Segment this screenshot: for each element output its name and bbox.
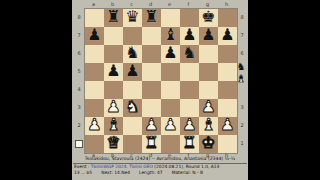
square-f7: ♟	[180, 27, 199, 45]
pillarbox-left	[0, 0, 72, 180]
square-f5	[180, 63, 199, 81]
game-length-text: Length: 47	[139, 170, 163, 176]
rank-label-8-left: 8	[75, 8, 83, 26]
square-d4	[142, 81, 161, 99]
piece-black-king: ♚	[201, 9, 215, 25]
square-b7	[104, 27, 123, 45]
square-g5	[199, 63, 218, 81]
square-f8	[180, 9, 199, 27]
rank-label-8-right: 8	[238, 8, 246, 26]
square-e3	[161, 99, 180, 117]
square-b8: ♜	[104, 9, 123, 27]
piece-white-pawn: ♟	[201, 99, 215, 115]
square-d3	[142, 99, 161, 117]
piece-black-pawn: ♟	[220, 27, 234, 43]
piece-black-pawn: ♟	[182, 27, 196, 43]
square-c7	[123, 27, 142, 45]
square-d5	[142, 63, 161, 81]
square-b2: ♝	[104, 117, 123, 135]
square-h2: ♟	[218, 117, 237, 135]
square-f4	[180, 81, 199, 99]
piece-white-pawn: ♟	[87, 117, 101, 133]
piece-black-pawn: ♟	[125, 63, 139, 79]
last-move-text: 13 ... b5	[74, 170, 92, 176]
rank-label-5-left: 5	[75, 62, 83, 80]
chess-board: ♜♛♜♚♟♝♟♟♟♞♟♞♟♟♟♞♟♟♝♟♟♟♝♟♛♜♜♚	[84, 8, 238, 154]
material-balance-tray: ♞ ♝	[235, 61, 247, 85]
square-b5: ♟	[104, 63, 123, 81]
square-c1	[123, 135, 142, 153]
pillarbox-right	[248, 0, 320, 180]
game-info-footer: Tsolakidou, Stavroula (2424) -- Avramido…	[72, 156, 248, 162]
square-d6	[142, 45, 161, 63]
square-e5	[161, 63, 180, 81]
square-c4	[123, 81, 142, 99]
event-line: Event : TbilisiWGP 2024, Tbilisi GEO (20…	[74, 164, 219, 170]
rank-label-7-right: 7	[238, 26, 246, 44]
square-a4	[85, 81, 104, 99]
piece-black-knight: ♞	[182, 45, 196, 61]
piece-black-pawn: ♟	[87, 27, 101, 43]
square-a8	[85, 9, 104, 27]
square-b1: ♛	[104, 135, 123, 153]
square-e1	[161, 135, 180, 153]
piece-white-pawn: ♟	[163, 117, 177, 133]
piece-black-pawn: ♟	[106, 63, 120, 79]
white-to-move-indicator	[75, 140, 83, 148]
rank-label-4-left: 4	[75, 80, 83, 98]
rank-label-7-left: 7	[75, 26, 83, 44]
piece-white-bishop: ♝	[201, 117, 215, 133]
status-line: 13 ... b5 Next: 14.Ne4 Length: 47 Materi…	[74, 170, 203, 176]
square-g6	[199, 45, 218, 63]
piece-black-queen: ♛	[125, 9, 139, 25]
rank-label-1-right: 1	[238, 134, 246, 152]
square-b4	[104, 81, 123, 99]
square-e8	[161, 9, 180, 27]
square-c5: ♟	[123, 63, 142, 81]
rank-label-2-right: 2	[238, 116, 246, 134]
square-a3	[85, 99, 104, 117]
rank-label-6-right: 6	[238, 44, 246, 62]
square-d8: ♜	[142, 9, 161, 27]
black-knight-material-icon: ♞	[235, 61, 247, 73]
piece-white-queen: ♛	[106, 135, 120, 151]
square-g8: ♚	[199, 9, 218, 27]
event-label: Event :	[74, 164, 89, 169]
piece-black-knight: ♞	[125, 45, 139, 61]
file-label-g-top: g	[198, 1, 217, 7]
file-label-f-top: f	[179, 1, 198, 7]
square-f6: ♞	[180, 45, 199, 63]
square-f1: ♜	[180, 135, 199, 153]
square-f2: ♟	[180, 117, 199, 135]
square-f3	[180, 99, 199, 117]
file-label-e-top: e	[160, 1, 179, 7]
piece-white-rook: ♜	[144, 135, 158, 151]
square-d7	[142, 27, 161, 45]
square-e6: ♟	[161, 45, 180, 63]
piece-white-pawn: ♟	[144, 117, 158, 133]
square-c2	[123, 117, 142, 135]
square-c8: ♛	[123, 9, 142, 27]
square-g1: ♚	[199, 135, 218, 153]
piece-black-rook: ♜	[106, 9, 120, 25]
rank-label-3-right: 3	[238, 98, 246, 116]
piece-black-pawn: ♟	[201, 27, 215, 43]
square-a1	[85, 135, 104, 153]
square-d1: ♜	[142, 135, 161, 153]
square-h1	[218, 135, 237, 153]
white-bishop-material-icon: ♝	[235, 73, 247, 85]
square-e4	[161, 81, 180, 99]
rank-label-3-left: 3	[75, 98, 83, 116]
square-h3	[218, 99, 237, 117]
square-a7: ♟	[85, 27, 104, 45]
piece-white-king: ♚	[201, 135, 215, 151]
players-result-line: Tsolakidou, Stavroula (2424) -- Avramido…	[72, 156, 248, 162]
next-move-text: Next: 14.Ne4	[101, 170, 130, 176]
square-a5	[85, 63, 104, 81]
video-frame: ♜♛♜♚♟♝♟♟♟♞♟♞♟♟♟♞♟♟♝♟♟♟♝♟♛♜♜♚ aabbccddeef…	[0, 0, 320, 180]
square-h7: ♟	[218, 27, 237, 45]
piece-white-bishop: ♝	[106, 117, 120, 133]
rank-label-2-left: 2	[75, 116, 83, 134]
file-label-d-top: d	[141, 1, 160, 7]
square-b3: ♟	[104, 99, 123, 117]
rank-label-6-left: 6	[75, 44, 83, 62]
event-details: (2024.08.21), Round 1.0, A13	[154, 164, 219, 169]
piece-white-pawn: ♟	[182, 117, 196, 133]
piece-black-rook: ♜	[144, 9, 158, 25]
chess-diagram-panel: ♜♛♜♚♟♝♟♟♟♞♟♞♟♟♟♞♟♟♝♟♟♟♝♟♛♜♜♚ aabbccddeef…	[72, 0, 248, 180]
square-c6: ♞	[123, 45, 142, 63]
file-label-b-top: b	[103, 1, 122, 7]
file-label-a-top: a	[84, 1, 103, 7]
square-g2: ♝	[199, 117, 218, 135]
piece-white-pawn: ♟	[220, 117, 234, 133]
square-e7: ♝	[161, 27, 180, 45]
square-h8	[218, 9, 237, 27]
file-label-h-top: h	[217, 1, 236, 7]
square-a2: ♟	[85, 117, 104, 135]
piece-black-pawn: ♟	[163, 45, 177, 61]
file-label-c-top: c	[122, 1, 141, 7]
material-text: Material: N - B	[172, 170, 203, 176]
piece-white-rook: ♜	[182, 135, 196, 151]
square-a6	[85, 45, 104, 63]
square-e2: ♟	[161, 117, 180, 135]
piece-black-bishop: ♝	[163, 27, 177, 43]
piece-white-pawn: ♟	[106, 99, 120, 115]
piece-white-knight: ♞	[125, 99, 139, 115]
square-d2: ♟	[142, 117, 161, 135]
square-g3: ♟	[199, 99, 218, 117]
event-link: TbilisiWGP 2024, Tbilisi GEO	[91, 164, 153, 169]
square-c3: ♞	[123, 99, 142, 117]
square-g7: ♟	[199, 27, 218, 45]
square-b6	[104, 45, 123, 63]
square-g4	[199, 81, 218, 99]
